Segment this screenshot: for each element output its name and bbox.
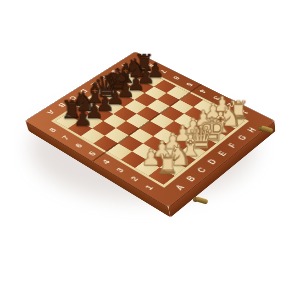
square-h2: ♟	[207, 107, 230, 121]
clasp-bar	[196, 196, 209, 204]
brass-clasp-near	[193, 195, 209, 205]
chess-set-photo: ABCDEFGH 87654321 87654321 ABCDEFGH ♜♞♝♛…	[0, 0, 285, 285]
brass-clasp-far	[258, 124, 274, 134]
square-h1: ♜	[221, 114, 245, 129]
clasp-bar	[261, 125, 274, 133]
